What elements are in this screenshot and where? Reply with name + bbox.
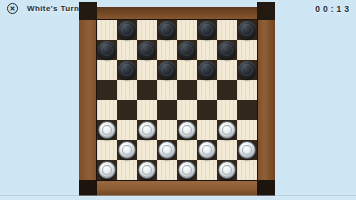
square-r6c5[interactable] xyxy=(177,120,197,140)
square-r2c8[interactable] xyxy=(237,40,257,60)
square-r5c2[interactable] xyxy=(117,100,137,120)
square-r4c1[interactable] xyxy=(97,80,117,100)
board-frame-right xyxy=(257,20,275,180)
square-r4c5[interactable] xyxy=(177,80,197,100)
square-r2c3[interactable] xyxy=(137,40,157,60)
black-checker[interactable] xyxy=(238,61,256,79)
square-r4c6[interactable] xyxy=(197,80,217,100)
square-r5c5[interactable] xyxy=(177,100,197,120)
square-r8c4[interactable] xyxy=(157,160,177,180)
square-r7c1[interactable] xyxy=(97,140,117,160)
square-r5c1[interactable] xyxy=(97,100,117,120)
white-checker[interactable] xyxy=(138,161,156,179)
square-r6c7[interactable] xyxy=(217,120,237,140)
square-r2c5[interactable] xyxy=(177,40,197,60)
white-checker[interactable] xyxy=(198,141,216,159)
board-frame-corner-tr xyxy=(257,2,275,20)
square-r1c4[interactable] xyxy=(157,20,177,40)
white-checker[interactable] xyxy=(218,161,236,179)
square-r5c4[interactable] xyxy=(157,100,177,120)
close-button[interactable]: ✕ xyxy=(7,3,18,14)
square-r7c6[interactable] xyxy=(197,140,217,160)
square-r6c6[interactable] xyxy=(197,120,217,140)
square-r4c2[interactable] xyxy=(117,80,137,100)
white-checker[interactable] xyxy=(138,121,156,139)
square-r5c7[interactable] xyxy=(217,100,237,120)
square-r3c5[interactable] xyxy=(177,60,197,80)
white-checker[interactable] xyxy=(158,141,176,159)
white-checker[interactable] xyxy=(118,141,136,159)
game-timer: 00:13 xyxy=(315,4,352,14)
square-r8c8[interactable] xyxy=(237,160,257,180)
square-r1c7[interactable] xyxy=(217,20,237,40)
square-r8c3[interactable] xyxy=(137,160,157,180)
square-r7c7[interactable] xyxy=(217,140,237,160)
black-checker[interactable] xyxy=(238,21,256,39)
square-r1c1[interactable] xyxy=(97,20,117,40)
black-checker[interactable] xyxy=(98,41,116,59)
square-r6c8[interactable] xyxy=(237,120,257,140)
white-checker[interactable] xyxy=(98,121,116,139)
square-r8c7[interactable] xyxy=(217,160,237,180)
board-frame-corner-bl xyxy=(79,180,97,196)
white-checker[interactable] xyxy=(218,121,236,139)
black-checker[interactable] xyxy=(158,21,176,39)
square-r4c8[interactable] xyxy=(237,80,257,100)
square-r2c6[interactable] xyxy=(197,40,217,60)
black-checker[interactable] xyxy=(178,41,196,59)
square-r1c2[interactable] xyxy=(117,20,137,40)
black-checker[interactable] xyxy=(118,21,136,39)
square-r6c1[interactable] xyxy=(97,120,117,140)
square-r7c8[interactable] xyxy=(237,140,257,160)
square-r6c4[interactable] xyxy=(157,120,177,140)
square-r7c4[interactable] xyxy=(157,140,177,160)
floor-edge-line xyxy=(0,195,356,197)
black-checker[interactable] xyxy=(218,41,236,59)
board-frame-corner-br xyxy=(257,180,275,196)
square-r4c3[interactable] xyxy=(137,80,157,100)
board-frame-left xyxy=(79,20,97,180)
square-r1c5[interactable] xyxy=(177,20,197,40)
square-r1c6[interactable] xyxy=(197,20,217,40)
square-r2c2[interactable] xyxy=(117,40,137,60)
black-checker[interactable] xyxy=(118,61,136,79)
square-r1c3[interactable] xyxy=(137,20,157,40)
black-checker[interactable] xyxy=(198,61,216,79)
square-r3c8[interactable] xyxy=(237,60,257,80)
square-r7c5[interactable] xyxy=(177,140,197,160)
square-r4c7[interactable] xyxy=(217,80,237,100)
square-r5c3[interactable] xyxy=(137,100,157,120)
black-checker[interactable] xyxy=(158,61,176,79)
square-r3c4[interactable] xyxy=(157,60,177,80)
board-grid xyxy=(97,20,257,180)
white-checker[interactable] xyxy=(238,141,256,159)
game-screen: ✕ White's Turn 00:13 xyxy=(0,0,356,200)
square-r6c2[interactable] xyxy=(117,120,137,140)
square-r2c1[interactable] xyxy=(97,40,117,60)
white-checker[interactable] xyxy=(178,121,196,139)
board-frame-top xyxy=(97,7,257,20)
square-r7c2[interactable] xyxy=(117,140,137,160)
square-r1c8[interactable] xyxy=(237,20,257,40)
square-r2c4[interactable] xyxy=(157,40,177,60)
square-r8c2[interactable] xyxy=(117,160,137,180)
board-frame-corner-tl xyxy=(79,2,97,20)
black-checker[interactable] xyxy=(138,41,156,59)
square-r7c3[interactable] xyxy=(137,140,157,160)
white-checker[interactable] xyxy=(98,161,116,179)
square-r2c7[interactable] xyxy=(217,40,237,60)
square-r3c1[interactable] xyxy=(97,60,117,80)
turn-indicator: White's Turn xyxy=(27,4,79,13)
square-r5c6[interactable] xyxy=(197,100,217,120)
close-icon: ✕ xyxy=(10,5,16,12)
square-r8c1[interactable] xyxy=(97,160,117,180)
square-r8c5[interactable] xyxy=(177,160,197,180)
white-checker[interactable] xyxy=(178,161,196,179)
square-r6c3[interactable] xyxy=(137,120,157,140)
board-frame-bottom xyxy=(97,180,257,196)
black-checker[interactable] xyxy=(198,21,216,39)
square-r3c3[interactable] xyxy=(137,60,157,80)
checkers-board xyxy=(79,2,275,196)
square-r4c4[interactable] xyxy=(157,80,177,100)
square-r3c2[interactable] xyxy=(117,60,137,80)
square-r5c8[interactable] xyxy=(237,100,257,120)
square-r3c7[interactable] xyxy=(217,60,237,80)
square-r3c6[interactable] xyxy=(197,60,217,80)
square-r8c6[interactable] xyxy=(197,160,217,180)
